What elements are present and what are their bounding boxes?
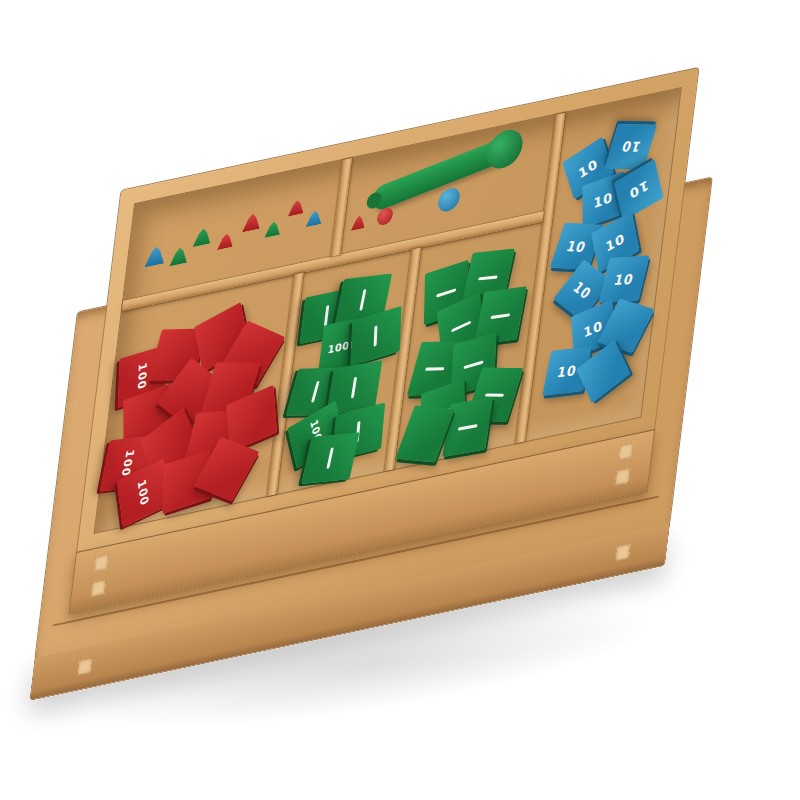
cone-piece-red: [242, 212, 262, 233]
counter-piece-blue: [437, 186, 461, 214]
stamp-numeral-100: 100: [136, 361, 148, 391]
box-dovetail-left-bottom: [91, 579, 106, 597]
stamp-numeral-1: [324, 305, 329, 326]
stamp-numeral-1: [491, 313, 511, 319]
stamp-numeral-10: 10: [556, 363, 578, 379]
cone-piece-green: [169, 246, 189, 267]
stamp-numeral-1: [374, 325, 378, 346]
stamp-numeral-10: 10: [619, 140, 642, 154]
stamp-numeral-1: [436, 288, 456, 297]
stamp-numeral-100: 100: [136, 478, 150, 508]
stamp-numeral-10: 10: [604, 231, 626, 254]
stamp-numeral-10: 10: [628, 179, 650, 202]
cone-piece-blue: [306, 209, 323, 227]
stamp-numeral-10: 10: [593, 190, 613, 210]
stamp-numeral-1: [425, 367, 445, 371]
stamp-tile-1: [442, 397, 493, 457]
stamp-numeral-1: [351, 377, 357, 398]
stamp-numeral-10: 10: [565, 239, 588, 254]
stamp-numeral-10: 10: [571, 279, 594, 302]
box-dovetail-right-top: [618, 443, 633, 461]
compartment-hundreds: 100100100: [95, 275, 294, 533]
stamp-numeral-1: [327, 447, 334, 468]
box-dovetail-right-bottom: [615, 468, 630, 486]
cone-piece-green: [193, 227, 213, 248]
stamp-numeral-1: [485, 393, 504, 397]
product-photo: 100100100 10001000 10101010101010101010: [0, 0, 800, 800]
stamp-numeral-10: 10: [613, 272, 636, 287]
cone-piece-red: [351, 214, 366, 231]
cone-piece-blue: [144, 245, 166, 268]
stamp-numeral-1: [478, 275, 498, 280]
stamp-numeral-1: [451, 320, 471, 332]
stamp-numeral-1: [360, 289, 367, 310]
cone-piece-green: [264, 220, 281, 238]
lid-dovetail-right: [615, 544, 630, 562]
box-dovetail-left-top: [94, 554, 109, 572]
stamp-numeral-10: 10: [577, 156, 600, 180]
stamp-tile-1000: [302, 432, 360, 484]
stamp-numeral-1: [464, 360, 484, 369]
stamp-numeral-1: [458, 424, 478, 431]
cone-piece-red: [217, 232, 234, 250]
lid-dovetail-left: [77, 658, 92, 676]
stamp-numeral-1: [311, 381, 320, 402]
cone-piece-red: [288, 199, 305, 217]
